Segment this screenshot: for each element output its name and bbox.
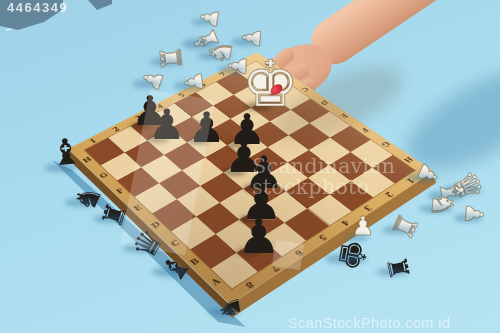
black-pawn-f4[interactable]: ♟ <box>188 107 226 149</box>
piece-shadow <box>419 205 452 214</box>
piece-shadow <box>123 243 161 253</box>
piece-shadow <box>208 308 239 316</box>
black-pawn-g3[interactable]: ♟ <box>148 105 186 147</box>
piece-shadow <box>152 267 188 276</box>
pieces-layer: ♟♟♟♟♟♟♟♟♚♝♞♜♛♝♞♚♜♜♝♞♟♟♟♟♟♟♜♞♝♛♟♟ <box>0 0 500 333</box>
piece-shadow <box>408 174 436 181</box>
piece-shadow <box>376 268 407 276</box>
piece-shadow <box>454 214 482 221</box>
piece-shadow <box>174 82 202 89</box>
piece-shadow <box>65 198 100 207</box>
black-pawn-a2[interactable]: ♟ <box>237 212 280 260</box>
stock-photo-chess-scene: 12345678HGFEDCBA87654321ABCDEFGH ♟♟♟♟♟♟♟… <box>0 0 500 333</box>
